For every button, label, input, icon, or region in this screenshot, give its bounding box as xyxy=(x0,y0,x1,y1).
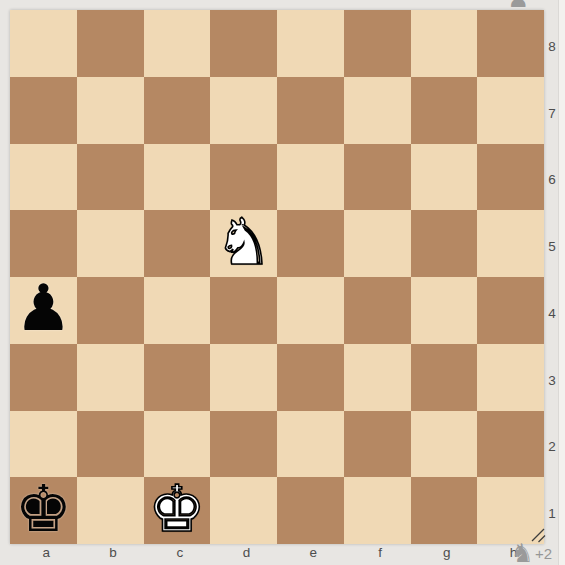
square-g6[interactable] xyxy=(411,144,478,211)
square-b7[interactable] xyxy=(77,77,144,144)
white-king[interactable]: ♚ xyxy=(148,477,205,541)
square-e7[interactable] xyxy=(277,77,344,144)
file-label-d: d xyxy=(213,543,280,563)
square-e2[interactable] xyxy=(277,411,344,478)
square-e5[interactable] xyxy=(277,210,344,277)
square-c3[interactable] xyxy=(144,344,211,411)
square-a8[interactable] xyxy=(10,10,77,77)
square-g5[interactable] xyxy=(411,210,478,277)
rank-label-7: 7 xyxy=(546,80,558,147)
rank-label-6: 6 xyxy=(546,147,558,214)
square-h2[interactable] xyxy=(477,411,544,478)
square-h8[interactable] xyxy=(477,10,544,77)
square-b4[interactable] xyxy=(77,277,144,344)
square-c4[interactable] xyxy=(144,277,211,344)
square-b5[interactable] xyxy=(77,210,144,277)
square-b1[interactable] xyxy=(77,477,144,544)
square-c2[interactable] xyxy=(144,411,211,478)
square-d4[interactable] xyxy=(210,277,277,344)
rank-coordinates: 87654321 xyxy=(546,10,558,544)
square-a7[interactable] xyxy=(10,77,77,144)
square-g2[interactable] xyxy=(411,411,478,478)
square-f3[interactable] xyxy=(344,344,411,411)
square-h4[interactable] xyxy=(477,277,544,344)
square-h6[interactable] xyxy=(477,144,544,211)
square-e3[interactable] xyxy=(277,344,344,411)
square-f4[interactable] xyxy=(344,277,411,344)
square-g4[interactable] xyxy=(411,277,478,344)
square-c1[interactable]: ♚ xyxy=(144,477,211,544)
square-f8[interactable] xyxy=(344,10,411,77)
square-c8[interactable] xyxy=(144,10,211,77)
square-d8[interactable] xyxy=(210,10,277,77)
square-d6[interactable] xyxy=(210,144,277,211)
material-advantage-score: +2 xyxy=(535,545,552,562)
square-h7[interactable] xyxy=(477,77,544,144)
square-e6[interactable] xyxy=(277,144,344,211)
white-material-knight-icon: ♞ xyxy=(511,542,534,564)
square-h3[interactable] xyxy=(477,344,544,411)
white-knight[interactable]: ♞ xyxy=(215,210,272,274)
square-b2[interactable] xyxy=(77,411,144,478)
square-f1[interactable] xyxy=(344,477,411,544)
black-pawn[interactable]: ♟ xyxy=(15,276,72,340)
square-a5[interactable] xyxy=(10,210,77,277)
square-a3[interactable] xyxy=(10,344,77,411)
rank-label-8: 8 xyxy=(546,13,558,80)
file-label-a: a xyxy=(13,543,80,563)
white-material-indicator: ♞ +2 xyxy=(511,542,552,564)
square-f6[interactable] xyxy=(344,144,411,211)
file-label-g: g xyxy=(414,543,481,563)
square-e1[interactable] xyxy=(277,477,344,544)
square-c6[interactable] xyxy=(144,144,211,211)
square-b8[interactable] xyxy=(77,10,144,77)
square-h5[interactable] xyxy=(477,210,544,277)
square-g3[interactable] xyxy=(411,344,478,411)
square-g7[interactable] xyxy=(411,77,478,144)
rank-label-3: 3 xyxy=(546,347,558,414)
rank-label-4: 4 xyxy=(546,280,558,347)
square-e8[interactable] xyxy=(277,10,344,77)
file-label-e: e xyxy=(280,543,347,563)
square-a2[interactable] xyxy=(10,411,77,478)
square-e4[interactable] xyxy=(277,277,344,344)
rank-label-2: 2 xyxy=(546,414,558,481)
chess-board[interactable]: ♞♟♚♚ xyxy=(10,10,544,544)
square-a4[interactable]: ♟ xyxy=(10,277,77,344)
square-c5[interactable] xyxy=(144,210,211,277)
chess-app-canvas: ♟ ♞♟♚♚ abcdefgh 87654321 ♞ +2 xyxy=(0,0,565,565)
file-coordinates: abcdefgh xyxy=(10,543,544,563)
rank-label-5: 5 xyxy=(546,213,558,280)
file-label-c: c xyxy=(147,543,214,563)
square-b3[interactable] xyxy=(77,344,144,411)
square-f2[interactable] xyxy=(344,411,411,478)
file-label-f: f xyxy=(347,543,414,563)
square-a6[interactable] xyxy=(10,144,77,211)
square-f5[interactable] xyxy=(344,210,411,277)
square-g8[interactable] xyxy=(411,10,478,77)
square-d5[interactable]: ♞ xyxy=(210,210,277,277)
square-d2[interactable] xyxy=(210,411,277,478)
square-d7[interactable] xyxy=(210,77,277,144)
square-d1[interactable] xyxy=(210,477,277,544)
file-label-b: b xyxy=(80,543,147,563)
rank-label-1: 1 xyxy=(546,480,558,547)
square-g1[interactable] xyxy=(411,477,478,544)
square-a1[interactable]: ♚ xyxy=(10,477,77,544)
square-b6[interactable] xyxy=(77,144,144,211)
black-king[interactable]: ♚ xyxy=(15,477,72,541)
square-f7[interactable] xyxy=(344,77,411,144)
scrollbar-track[interactable] xyxy=(558,0,565,565)
square-c7[interactable] xyxy=(144,77,211,144)
square-d3[interactable] xyxy=(210,344,277,411)
